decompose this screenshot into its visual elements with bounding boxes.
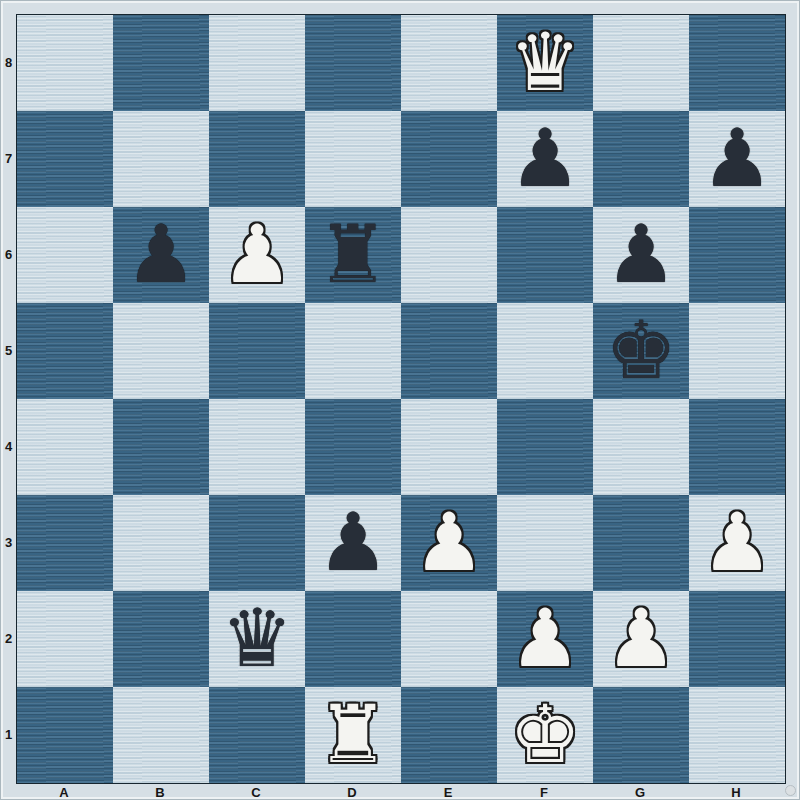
square-d6[interactable]: ♜ (305, 207, 401, 303)
file-label-f: F (496, 785, 592, 800)
square-d3[interactable]: ♟ (305, 495, 401, 591)
square-f8[interactable]: ♛ (497, 15, 593, 111)
rank-label-4: 4 (1, 398, 16, 494)
square-b6[interactable]: ♟ (113, 207, 209, 303)
square-e3[interactable]: ♟ (401, 495, 497, 591)
square-h7[interactable]: ♟ (689, 111, 785, 207)
square-e1[interactable] (401, 687, 497, 783)
square-h6[interactable] (689, 207, 785, 303)
piece-black-pawn[interactable]: ♟ (317, 495, 389, 591)
square-d5[interactable] (305, 303, 401, 399)
file-label-h: H (688, 785, 784, 800)
square-d7[interactable] (305, 111, 401, 207)
square-a1[interactable] (17, 687, 113, 783)
square-c4[interactable] (209, 399, 305, 495)
chessboard: ♛♟♟♟♟♜♟♚♟♟♟♛♟♟♜♚ (16, 14, 786, 784)
square-d4[interactable] (305, 399, 401, 495)
square-c5[interactable] (209, 303, 305, 399)
square-c1[interactable] (209, 687, 305, 783)
square-h8[interactable] (689, 15, 785, 111)
watermark-dot (785, 785, 796, 796)
square-b7[interactable] (113, 111, 209, 207)
square-c2[interactable]: ♛ (209, 591, 305, 687)
square-a6[interactable] (17, 207, 113, 303)
square-a8[interactable] (17, 15, 113, 111)
rank-label-8: 8 (1, 14, 16, 110)
square-f1[interactable]: ♚ (497, 687, 593, 783)
chessboard-frame: ♛♟♟♟♟♜♟♚♟♟♟♛♟♟♜♚ 87654321 ABCDEFGH (0, 0, 800, 800)
square-h3[interactable]: ♟ (689, 495, 785, 591)
square-f6[interactable] (497, 207, 593, 303)
piece-white-pawn[interactable]: ♟ (605, 591, 677, 687)
piece-white-pawn[interactable]: ♟ (701, 495, 773, 591)
square-g5[interactable]: ♚ (593, 303, 689, 399)
square-g7[interactable] (593, 111, 689, 207)
square-d1[interactable]: ♜ (305, 687, 401, 783)
rank-label-7: 7 (1, 110, 16, 206)
piece-white-queen[interactable]: ♛ (509, 15, 581, 111)
file-label-a: A (16, 785, 112, 800)
square-h2[interactable] (689, 591, 785, 687)
square-f4[interactable] (497, 399, 593, 495)
square-b1[interactable] (113, 687, 209, 783)
piece-white-rook[interactable]: ♜ (317, 687, 389, 783)
square-c6[interactable]: ♟ (209, 207, 305, 303)
square-g8[interactable] (593, 15, 689, 111)
piece-black-pawn[interactable]: ♟ (605, 207, 677, 303)
square-b4[interactable] (113, 399, 209, 495)
square-d2[interactable] (305, 591, 401, 687)
square-b3[interactable] (113, 495, 209, 591)
square-f5[interactable] (497, 303, 593, 399)
square-g2[interactable]: ♟ (593, 591, 689, 687)
piece-white-pawn[interactable]: ♟ (221, 207, 293, 303)
square-g3[interactable] (593, 495, 689, 591)
square-e2[interactable] (401, 591, 497, 687)
rank-label-6: 6 (1, 206, 16, 302)
square-b8[interactable] (113, 15, 209, 111)
square-h5[interactable] (689, 303, 785, 399)
square-f3[interactable] (497, 495, 593, 591)
square-b5[interactable] (113, 303, 209, 399)
square-a4[interactable] (17, 399, 113, 495)
square-e5[interactable] (401, 303, 497, 399)
file-label-g: G (592, 785, 688, 800)
file-label-c: C (208, 785, 304, 800)
square-a3[interactable] (17, 495, 113, 591)
square-g4[interactable] (593, 399, 689, 495)
square-e7[interactable] (401, 111, 497, 207)
square-d8[interactable] (305, 15, 401, 111)
square-e8[interactable] (401, 15, 497, 111)
rank-label-1: 1 (1, 686, 16, 782)
square-c7[interactable] (209, 111, 305, 207)
square-a7[interactable] (17, 111, 113, 207)
piece-black-king[interactable]: ♚ (605, 303, 677, 399)
piece-white-king[interactable]: ♚ (509, 687, 581, 783)
piece-black-pawn[interactable]: ♟ (701, 111, 773, 207)
rank-label-2: 2 (1, 590, 16, 686)
rank-label-3: 3 (1, 494, 16, 590)
file-label-d: D (304, 785, 400, 800)
square-h1[interactable] (689, 687, 785, 783)
file-label-e: E (400, 785, 496, 800)
square-e4[interactable] (401, 399, 497, 495)
square-f2[interactable]: ♟ (497, 591, 593, 687)
square-f7[interactable]: ♟ (497, 111, 593, 207)
square-a2[interactable] (17, 591, 113, 687)
piece-black-rook[interactable]: ♜ (317, 207, 389, 303)
rank-label-5: 5 (1, 302, 16, 398)
file-label-b: B (112, 785, 208, 800)
square-e6[interactable] (401, 207, 497, 303)
piece-white-pawn[interactable]: ♟ (509, 591, 581, 687)
square-g6[interactable]: ♟ (593, 207, 689, 303)
square-c8[interactable] (209, 15, 305, 111)
square-c3[interactable] (209, 495, 305, 591)
piece-black-pawn[interactable]: ♟ (509, 111, 581, 207)
square-b2[interactable] (113, 591, 209, 687)
piece-black-queen[interactable]: ♛ (221, 591, 293, 687)
piece-black-pawn[interactable]: ♟ (125, 207, 197, 303)
piece-white-pawn[interactable]: ♟ (413, 495, 485, 591)
square-a5[interactable] (17, 303, 113, 399)
square-h4[interactable] (689, 399, 785, 495)
square-g1[interactable] (593, 687, 689, 783)
